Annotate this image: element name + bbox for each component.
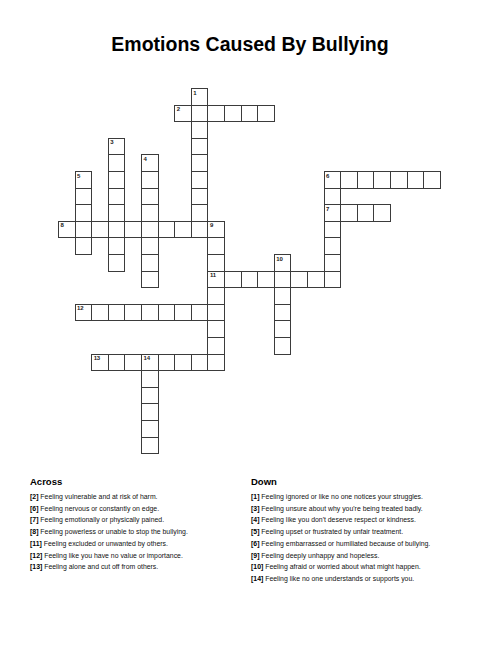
cell-r13-c4[interactable] xyxy=(124,304,142,322)
cell-r6-c16[interactable] xyxy=(324,188,342,206)
cell-r16-c3[interactable] xyxy=(108,354,126,372)
clue-number: [14] xyxy=(251,575,263,582)
cell-r5-c17[interactable] xyxy=(340,171,358,189)
cell-r16-c9[interactable] xyxy=(207,354,225,372)
down-clues-section: Down [1] Feeling ignored or like no one … xyxy=(251,476,486,585)
cell-r19-c5[interactable] xyxy=(141,403,159,421)
cell-r1-c9[interactable] xyxy=(207,105,225,123)
cell-number-1: 1 xyxy=(193,90,196,97)
cell-r8-c3[interactable] xyxy=(108,221,126,239)
cell-r1-c11[interactable] xyxy=(241,105,259,123)
cell-r10-c5[interactable] xyxy=(141,254,159,272)
puzzle-title: Emotions Caused By Bullying xyxy=(0,33,500,56)
cell-r5-c8[interactable] xyxy=(191,171,209,189)
across-clues-section: Across [2] Feeling vulnerable and at ris… xyxy=(30,476,245,573)
clue-text: Feeling afraid or worried about what mig… xyxy=(263,563,420,570)
cell-number-13: 13 xyxy=(94,355,100,362)
cell-r9-c9[interactable] xyxy=(207,237,225,255)
cell-r11-c11[interactable] xyxy=(241,271,259,289)
cell-r5-c5[interactable] xyxy=(141,171,159,189)
cell-r5-c3[interactable] xyxy=(108,171,126,189)
cell-r13-c13[interactable] xyxy=(274,304,292,322)
cell-r15-c9[interactable] xyxy=(207,337,225,355)
cell-r4-c3[interactable] xyxy=(108,154,126,172)
cell-r7-c17[interactable] xyxy=(340,204,358,222)
clue-down-10: [10] Feeling afraid or worried about wha… xyxy=(251,561,486,573)
cell-r7-c1[interactable] xyxy=(75,204,93,222)
clue-across-6: [6] Feeling nervous or constantly on edg… xyxy=(30,503,245,515)
clue-across-2: [2] Feeling vulnerable and at risk of ha… xyxy=(30,491,245,503)
cell-number-8: 8 xyxy=(61,222,64,229)
clue-down-9: [9] Feeling deeply unhappy and hopeless. xyxy=(251,550,486,562)
cell-r14-c9[interactable] xyxy=(207,320,225,338)
cell-r13-c1[interactable]: 12 xyxy=(75,304,93,322)
cell-r11-c14[interactable] xyxy=(290,271,308,289)
clue-across-13: [13] Feeling alone and cut off from othe… xyxy=(30,561,245,573)
down-clue-list: [1] Feeling ignored or like no one notic… xyxy=(251,491,486,585)
cell-r11-c15[interactable] xyxy=(307,271,325,289)
cell-r11-c5[interactable] xyxy=(141,271,159,289)
cell-r8-c2[interactable] xyxy=(91,221,109,239)
cell-r11-c13[interactable] xyxy=(274,271,292,289)
clue-number: [10] xyxy=(251,563,263,570)
clue-down-5: [5] Feeling upset or frustrated by unfai… xyxy=(251,526,486,538)
cell-r18-c5[interactable] xyxy=(141,387,159,405)
cell-r3-c8[interactable] xyxy=(191,138,209,156)
cell-number-4: 4 xyxy=(144,156,147,163)
clue-text: Feeling embarrassed or humiliated becaus… xyxy=(259,540,430,547)
cell-r9-c5[interactable] xyxy=(141,237,159,255)
clue-down-1: [1] Feeling ignored or like no one notic… xyxy=(251,491,486,503)
clue-text: Feeling emotionally or physically pained… xyxy=(38,516,164,523)
cell-r8-c7[interactable] xyxy=(174,221,192,239)
cell-r1-c10[interactable] xyxy=(224,105,242,123)
cell-r8-c0[interactable]: 8 xyxy=(58,221,76,239)
cell-number-3: 3 xyxy=(110,139,113,146)
clue-text: Feeling ignored or like no one notices y… xyxy=(259,493,423,500)
cell-r13-c8[interactable] xyxy=(191,304,209,322)
clue-text: Feeling alone and cut off from others. xyxy=(42,563,158,570)
cell-r5-c16[interactable]: 6 xyxy=(324,171,342,189)
across-header: Across xyxy=(30,476,245,487)
clue-across-8: [8] Feeling powerless or unable to stop … xyxy=(30,526,245,538)
down-header: Down xyxy=(251,476,486,487)
cell-r5-c20[interactable] xyxy=(390,171,408,189)
cell-r0-c8[interactable]: 1 xyxy=(191,88,209,106)
cell-r7-c5[interactable] xyxy=(141,204,159,222)
clue-number: [12] xyxy=(30,552,42,559)
cell-r13-c6[interactable] xyxy=(158,304,176,322)
clue-text: Feeling deeply unhappy and hopeless. xyxy=(259,552,379,559)
cell-r3-c3[interactable]: 3 xyxy=(108,138,126,156)
cell-r8-c1[interactable] xyxy=(75,221,93,239)
cell-r8-c6[interactable] xyxy=(158,221,176,239)
cell-number-12: 12 xyxy=(77,305,83,312)
clue-down-3: [3] Feeling unsure about why you're bein… xyxy=(251,503,486,515)
cell-number-6: 6 xyxy=(326,173,329,180)
cell-r1-c7[interactable]: 2 xyxy=(174,105,192,123)
clue-text: Feeling upset or frustrated by unfair tr… xyxy=(259,528,403,535)
cell-r2-c8[interactable] xyxy=(191,121,209,139)
cell-r16-c4[interactable] xyxy=(124,354,142,372)
cell-r9-c16[interactable] xyxy=(324,237,342,255)
cell-r15-c13[interactable] xyxy=(274,337,292,355)
clue-text: Feeling vulnerable and at risk of harm. xyxy=(38,493,157,500)
cell-r9-c3[interactable] xyxy=(108,237,126,255)
cell-number-7: 7 xyxy=(326,206,329,213)
clue-down-4: [4] Feeling like you don't deserve respe… xyxy=(251,514,486,526)
cell-r1-c8[interactable] xyxy=(191,105,209,123)
cell-r16-c2[interactable]: 13 xyxy=(91,354,109,372)
cell-r8-c5[interactable] xyxy=(141,221,159,239)
cell-r16-c7[interactable] xyxy=(174,354,192,372)
cell-r6-c1[interactable] xyxy=(75,188,93,206)
cell-r11-c12[interactable] xyxy=(257,271,275,289)
cell-r10-c9[interactable] xyxy=(207,254,225,272)
clue-text: Feeling like you have no value or import… xyxy=(42,552,183,559)
cell-r9-c1[interactable] xyxy=(75,237,93,255)
cell-r11-c16[interactable] xyxy=(324,271,342,289)
cell-r12-c9[interactable] xyxy=(207,287,225,305)
cell-r14-c13[interactable] xyxy=(274,320,292,338)
clue-text: Feeling unsure about why you're being tr… xyxy=(259,505,422,512)
cell-r6-c5[interactable] xyxy=(141,188,159,206)
cell-r5-c21[interactable] xyxy=(407,171,425,189)
cell-r5-c19[interactable] xyxy=(373,171,391,189)
cell-r10-c13[interactable]: 10 xyxy=(274,254,292,272)
cell-r13-c5[interactable] xyxy=(141,304,159,322)
cell-r4-c5[interactable]: 4 xyxy=(141,154,159,172)
clue-down-14: [14] Feeling like no one understands or … xyxy=(251,573,486,585)
clue-text: Feeling nervous or constantly on edge. xyxy=(38,505,159,512)
cell-r8-c8[interactable] xyxy=(191,221,209,239)
cell-r13-c3[interactable] xyxy=(108,304,126,322)
cell-r16-c6[interactable] xyxy=(158,354,176,372)
clue-text: Feeling like you don't deserve respect o… xyxy=(259,516,415,523)
cell-r7-c16[interactable]: 7 xyxy=(324,204,342,222)
clue-number: [13] xyxy=(30,563,42,570)
cell-r5-c1[interactable]: 5 xyxy=(75,171,93,189)
clue-across-11: [11] Feeling excluded or unwanted by oth… xyxy=(30,538,245,550)
cell-r6-c8[interactable] xyxy=(191,188,209,206)
cell-r8-c9[interactable]: 9 xyxy=(207,221,225,239)
crossword-grid: 1234567891011121314 xyxy=(58,88,441,455)
cell-number-14: 14 xyxy=(144,355,150,362)
clue-across-7: [7] Feeling emotionally or physically pa… xyxy=(30,514,245,526)
cell-r5-c18[interactable] xyxy=(357,171,375,189)
cell-r13-c2[interactable] xyxy=(91,304,109,322)
clue-down-6: [6] Feeling embarrassed or humiliated be… xyxy=(251,538,486,550)
cell-number-10: 10 xyxy=(276,256,282,263)
cell-r10-c3[interactable] xyxy=(108,254,126,272)
clue-text: Feeling excluded or unwanted by others. xyxy=(42,540,168,547)
cell-r17-c5[interactable] xyxy=(141,370,159,388)
cell-r5-c22[interactable] xyxy=(423,171,441,189)
cell-r16-c5[interactable]: 14 xyxy=(141,354,159,372)
clue-across-12: [12] Feeling like you have no value or i… xyxy=(30,550,245,562)
cell-r7-c3[interactable] xyxy=(108,204,126,222)
cell-r20-c5[interactable] xyxy=(141,420,159,438)
cell-r10-c16[interactable] xyxy=(324,254,342,272)
cell-r21-c5[interactable] xyxy=(141,437,159,455)
cell-r8-c16[interactable] xyxy=(324,221,342,239)
cell-r13-c7[interactable] xyxy=(174,304,192,322)
cell-r13-c9[interactable] xyxy=(207,304,225,322)
cell-r12-c13[interactable] xyxy=(274,287,292,305)
cell-r7-c18[interactable] xyxy=(357,204,375,222)
cell-number-5: 5 xyxy=(77,173,80,180)
clue-number: [11] xyxy=(30,540,42,547)
cell-number-11: 11 xyxy=(210,272,216,279)
cell-r16-c8[interactable] xyxy=(191,354,209,372)
clue-text: Feeling powerless or unable to stop the … xyxy=(38,528,187,535)
cell-r6-c3[interactable] xyxy=(108,188,126,206)
across-clue-list: [2] Feeling vulnerable and at risk of ha… xyxy=(30,491,245,573)
cell-r11-c9[interactable]: 11 xyxy=(207,271,225,289)
cell-r8-c4[interactable] xyxy=(124,221,142,239)
clue-text: Feeling like no one understands or suppo… xyxy=(263,575,414,582)
cell-number-2: 2 xyxy=(177,106,180,113)
cell-r7-c8[interactable] xyxy=(191,204,209,222)
cell-r7-c19[interactable] xyxy=(373,204,391,222)
cell-number-9: 9 xyxy=(210,222,213,229)
cell-r4-c8[interactable] xyxy=(191,154,209,172)
cell-r11-c10[interactable] xyxy=(224,271,242,289)
crossword-worksheet: { "game": "crossword", "title": "Emotion… xyxy=(0,0,500,647)
cell-r1-c12[interactable] xyxy=(257,105,275,123)
